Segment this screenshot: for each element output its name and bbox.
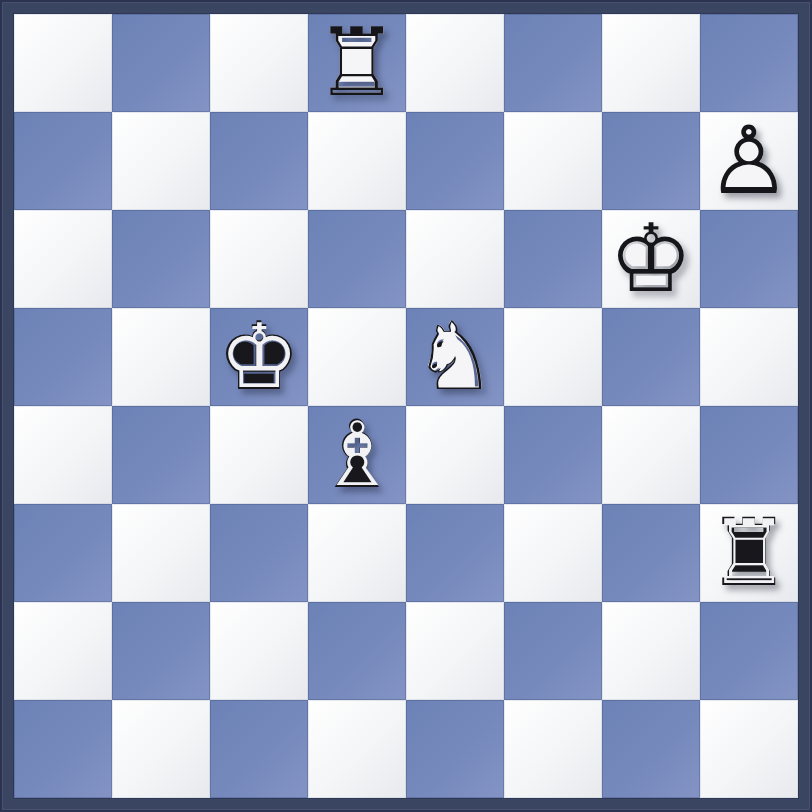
square-h2[interactable] (700, 602, 798, 700)
square-b8[interactable] (112, 14, 210, 112)
black-rook[interactable]: ♜♖ (700, 504, 798, 602)
white-knight[interactable]: ♞♘ (406, 308, 504, 406)
square-g3[interactable] (602, 504, 700, 602)
square-a7[interactable] (14, 112, 112, 210)
black-bishop[interactable]: ♝♗ (308, 406, 406, 504)
square-f2[interactable] (504, 602, 602, 700)
square-b7[interactable] (112, 112, 210, 210)
square-e1[interactable] (406, 700, 504, 798)
square-h4[interactable] (700, 406, 798, 504)
square-d1[interactable] (308, 700, 406, 798)
square-e6[interactable] (406, 210, 504, 308)
square-f8[interactable] (504, 14, 602, 112)
white-king[interactable]: ♚♔ (602, 210, 700, 308)
square-h7[interactable]: ♟♙ (700, 112, 798, 210)
white-rook[interactable]: ♜♖ (308, 14, 406, 112)
square-f4[interactable] (504, 406, 602, 504)
white-pawn-outline: ♙ (700, 112, 798, 210)
square-g8[interactable] (602, 14, 700, 112)
square-d8[interactable]: ♜♖ (308, 14, 406, 112)
square-c7[interactable] (210, 112, 308, 210)
square-e2[interactable] (406, 602, 504, 700)
square-a3[interactable] (14, 504, 112, 602)
square-d3[interactable] (308, 504, 406, 602)
square-h3[interactable]: ♜♖ (700, 504, 798, 602)
square-e5[interactable]: ♞♘ (406, 308, 504, 406)
square-c4[interactable] (210, 406, 308, 504)
square-f5[interactable] (504, 308, 602, 406)
square-b5[interactable] (112, 308, 210, 406)
square-d2[interactable] (308, 602, 406, 700)
square-h5[interactable] (700, 308, 798, 406)
square-g7[interactable] (602, 112, 700, 210)
square-g2[interactable] (602, 602, 700, 700)
square-g1[interactable] (602, 700, 700, 798)
square-e3[interactable] (406, 504, 504, 602)
square-c3[interactable] (210, 504, 308, 602)
square-g6[interactable]: ♚♔ (602, 210, 700, 308)
square-c1[interactable] (210, 700, 308, 798)
square-g4[interactable] (602, 406, 700, 504)
square-g5[interactable] (602, 308, 700, 406)
square-c8[interactable] (210, 14, 308, 112)
square-b4[interactable] (112, 406, 210, 504)
white-rook-outline: ♖ (308, 14, 406, 112)
square-b1[interactable] (112, 700, 210, 798)
square-a6[interactable] (14, 210, 112, 308)
square-b6[interactable] (112, 210, 210, 308)
white-knight-outline: ♘ (406, 308, 504, 406)
square-a8[interactable] (14, 14, 112, 112)
white-king-outline: ♔ (602, 210, 700, 308)
black-rook-outline: ♖ (703, 507, 795, 599)
square-h8[interactable] (700, 14, 798, 112)
square-h6[interactable] (700, 210, 798, 308)
square-c2[interactable] (210, 602, 308, 700)
chess-board: ♜♖♟♙♚♔♚♔♞♘♝♗♜♖ (14, 14, 798, 798)
square-e8[interactable] (406, 14, 504, 112)
board-frame: ♜♖♟♙♚♔♚♔♞♘♝♗♜♖ (0, 0, 812, 812)
square-f6[interactable] (504, 210, 602, 308)
square-d5[interactable] (308, 308, 406, 406)
square-b2[interactable] (112, 602, 210, 700)
square-c5[interactable]: ♚♔ (210, 308, 308, 406)
square-e4[interactable] (406, 406, 504, 504)
square-e7[interactable] (406, 112, 504, 210)
square-f1[interactable] (504, 700, 602, 798)
square-b3[interactable] (112, 504, 210, 602)
white-pawn[interactable]: ♟♙ (700, 112, 798, 210)
square-h1[interactable] (700, 700, 798, 798)
black-bishop-outline: ♗ (311, 409, 403, 501)
square-a5[interactable] (14, 308, 112, 406)
square-f7[interactable] (504, 112, 602, 210)
square-a2[interactable] (14, 602, 112, 700)
square-d4[interactable]: ♝♗ (308, 406, 406, 504)
square-d7[interactable] (308, 112, 406, 210)
square-c6[interactable] (210, 210, 308, 308)
square-f3[interactable] (504, 504, 602, 602)
square-a1[interactable] (14, 700, 112, 798)
black-king-outline: ♔ (213, 311, 305, 403)
square-a4[interactable] (14, 406, 112, 504)
black-king[interactable]: ♚♔ (210, 308, 308, 406)
square-d6[interactable] (308, 210, 406, 308)
